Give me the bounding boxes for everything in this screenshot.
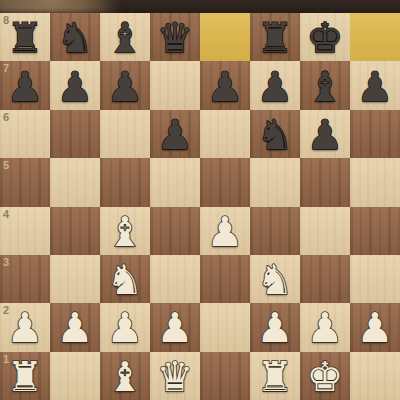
- white-pawn[interactable]: ♟: [350, 303, 400, 351]
- square-b3[interactable]: [50, 255, 100, 303]
- white-pawn[interactable]: ♟: [0, 303, 50, 351]
- white-bishop[interactable]: ♝: [100, 207, 150, 255]
- chess-app-screen: 8♜♞♝♛♜♚7♟♟♟♟♟♝♟6♟♞♟54♝♟3♞♞2♟♟♟♟♟♟♟1♜♝♛♜♚: [0, 0, 400, 400]
- rank-label-3: 3: [3, 256, 9, 268]
- white-knight[interactable]: ♞: [100, 255, 150, 303]
- square-c3[interactable]: ♞: [100, 255, 150, 303]
- square-b1[interactable]: [50, 352, 100, 400]
- black-pawn[interactable]: ♟: [150, 110, 200, 158]
- square-e3[interactable]: [200, 255, 250, 303]
- black-pawn[interactable]: ♟: [350, 61, 400, 109]
- square-f1[interactable]: ♜: [250, 352, 300, 400]
- black-king[interactable]: ♚: [300, 13, 350, 61]
- square-e1[interactable]: [200, 352, 250, 400]
- square-d8[interactable]: ♛: [150, 13, 200, 61]
- square-h4[interactable]: [350, 207, 400, 255]
- square-h8[interactable]: [350, 13, 400, 61]
- square-e8[interactable]: [200, 13, 250, 61]
- square-h5[interactable]: [350, 158, 400, 206]
- white-bishop[interactable]: ♝: [100, 352, 150, 400]
- square-c2[interactable]: ♟: [100, 303, 150, 351]
- square-f6[interactable]: ♞: [250, 110, 300, 158]
- square-c7[interactable]: ♟: [100, 61, 150, 109]
- square-a5[interactable]: 5: [0, 158, 50, 206]
- square-b7[interactable]: ♟: [50, 61, 100, 109]
- square-e6[interactable]: [200, 110, 250, 158]
- square-d5[interactable]: [150, 158, 200, 206]
- square-a6[interactable]: 6: [0, 110, 50, 158]
- top-background-strip: [0, 0, 400, 13]
- square-b6[interactable]: [50, 110, 100, 158]
- square-f2[interactable]: ♟: [250, 303, 300, 351]
- square-b2[interactable]: ♟: [50, 303, 100, 351]
- square-c4[interactable]: ♝: [100, 207, 150, 255]
- square-g5[interactable]: [300, 158, 350, 206]
- square-d3[interactable]: [150, 255, 200, 303]
- square-e7[interactable]: ♟: [200, 61, 250, 109]
- square-d7[interactable]: [150, 61, 200, 109]
- square-c8[interactable]: ♝: [100, 13, 150, 61]
- square-a4[interactable]: 4: [0, 207, 50, 255]
- white-rook[interactable]: ♜: [250, 352, 300, 400]
- black-bishop[interactable]: ♝: [300, 61, 350, 109]
- black-pawn[interactable]: ♟: [0, 61, 50, 109]
- black-knight[interactable]: ♞: [50, 13, 100, 61]
- chess-board: 8♜♞♝♛♜♚7♟♟♟♟♟♝♟6♟♞♟54♝♟3♞♞2♟♟♟♟♟♟♟1♜♝♛♜♚: [0, 13, 400, 400]
- black-queen[interactable]: ♛: [150, 13, 200, 61]
- square-h2[interactable]: ♟: [350, 303, 400, 351]
- white-pawn[interactable]: ♟: [100, 303, 150, 351]
- square-f4[interactable]: [250, 207, 300, 255]
- square-d1[interactable]: ♛: [150, 352, 200, 400]
- square-h1[interactable]: [350, 352, 400, 400]
- white-king[interactable]: ♚: [300, 352, 350, 400]
- black-rook[interactable]: ♜: [250, 13, 300, 61]
- black-pawn[interactable]: ♟: [50, 61, 100, 109]
- white-queen[interactable]: ♛: [150, 352, 200, 400]
- white-pawn[interactable]: ♟: [250, 303, 300, 351]
- square-c1[interactable]: ♝: [100, 352, 150, 400]
- rank-label-6: 6: [3, 111, 9, 123]
- square-f8[interactable]: ♜: [250, 13, 300, 61]
- square-b8[interactable]: ♞: [50, 13, 100, 61]
- square-e4[interactable]: ♟: [200, 207, 250, 255]
- square-g6[interactable]: ♟: [300, 110, 350, 158]
- square-g2[interactable]: ♟: [300, 303, 350, 351]
- square-h7[interactable]: ♟: [350, 61, 400, 109]
- black-pawn[interactable]: ♟: [250, 61, 300, 109]
- black-rook[interactable]: ♜: [0, 13, 50, 61]
- blurred-knight-decor-icon: [0, 0, 120, 13]
- square-d6[interactable]: ♟: [150, 110, 200, 158]
- square-a7[interactable]: 7♟: [0, 61, 50, 109]
- square-g3[interactable]: [300, 255, 350, 303]
- square-h3[interactable]: [350, 255, 400, 303]
- square-c5[interactable]: [100, 158, 150, 206]
- square-a3[interactable]: 3: [0, 255, 50, 303]
- black-knight[interactable]: ♞: [250, 110, 300, 158]
- square-d2[interactable]: ♟: [150, 303, 200, 351]
- black-pawn[interactable]: ♟: [300, 110, 350, 158]
- white-rook[interactable]: ♜: [0, 352, 50, 400]
- square-e2[interactable]: [200, 303, 250, 351]
- square-e5[interactable]: [200, 158, 250, 206]
- black-bishop[interactable]: ♝: [100, 13, 150, 61]
- square-a8[interactable]: 8♜: [0, 13, 50, 61]
- square-g4[interactable]: [300, 207, 350, 255]
- rank-label-5: 5: [3, 159, 9, 171]
- square-g1[interactable]: ♚: [300, 352, 350, 400]
- white-pawn[interactable]: ♟: [300, 303, 350, 351]
- square-b5[interactable]: [50, 158, 100, 206]
- square-f5[interactable]: [250, 158, 300, 206]
- square-a1[interactable]: 1♜: [0, 352, 50, 400]
- square-h6[interactable]: [350, 110, 400, 158]
- square-a2[interactable]: 2♟: [0, 303, 50, 351]
- square-f7[interactable]: ♟: [250, 61, 300, 109]
- white-pawn[interactable]: ♟: [200, 207, 250, 255]
- square-g8[interactable]: ♚: [300, 13, 350, 61]
- white-knight[interactable]: ♞: [250, 255, 300, 303]
- square-g7[interactable]: ♝: [300, 61, 350, 109]
- square-c6[interactable]: [100, 110, 150, 158]
- black-pawn[interactable]: ♟: [100, 61, 150, 109]
- black-pawn[interactable]: ♟: [200, 61, 250, 109]
- rank-label-4: 4: [3, 208, 9, 220]
- white-pawn[interactable]: ♟: [150, 303, 200, 351]
- white-pawn[interactable]: ♟: [50, 303, 100, 351]
- square-f3[interactable]: ♞: [250, 255, 300, 303]
- square-d4[interactable]: [150, 207, 200, 255]
- square-b4[interactable]: [50, 207, 100, 255]
